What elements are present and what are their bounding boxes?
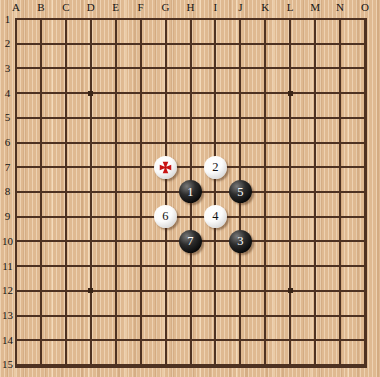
intersection-L7[interactable] xyxy=(278,155,303,180)
intersection-E13[interactable] xyxy=(103,303,128,328)
intersection-L9[interactable] xyxy=(278,204,303,229)
intersection-A15[interactable] xyxy=(4,352,29,377)
intersection-E11[interactable] xyxy=(103,254,128,279)
intersection-G7[interactable] xyxy=(153,155,178,180)
intersection-L12[interactable] xyxy=(278,278,303,303)
intersection-K2[interactable] xyxy=(253,31,278,56)
intersection-H15[interactable] xyxy=(178,352,203,377)
intersection-J2[interactable] xyxy=(228,31,253,56)
intersection-C4[interactable] xyxy=(53,81,78,106)
intersection-C7[interactable] xyxy=(53,155,78,180)
intersection-F6[interactable] xyxy=(128,130,153,155)
intersection-B9[interactable] xyxy=(28,204,53,229)
intersection-L8[interactable] xyxy=(278,180,303,205)
black-stone-H8: 1 xyxy=(179,180,202,203)
intersection-O4[interactable] xyxy=(352,81,377,106)
intersection-K11[interactable] xyxy=(253,254,278,279)
intersection-J5[interactable] xyxy=(228,105,253,130)
intersection-A12[interactable] xyxy=(4,278,29,303)
white-stone-I9: 4 xyxy=(204,205,227,228)
intersection-F4[interactable] xyxy=(128,81,153,106)
intersection-K3[interactable] xyxy=(253,56,278,81)
intersection-G3[interactable] xyxy=(153,56,178,81)
intersection-F2[interactable] xyxy=(128,31,153,56)
intersection-C13[interactable] xyxy=(53,303,78,328)
intersection-K13[interactable] xyxy=(253,303,278,328)
intersection-M11[interactable] xyxy=(303,254,328,279)
intersection-I11[interactable] xyxy=(203,254,228,279)
intersection-J10[interactable]: 3 xyxy=(228,229,253,254)
white-stone-I7: 2 xyxy=(204,156,227,179)
intersection-N6[interactable] xyxy=(327,130,352,155)
intersection-I8[interactable] xyxy=(203,180,228,205)
intersection-J11[interactable] xyxy=(228,254,253,279)
intersection-C15[interactable] xyxy=(53,352,78,377)
intersection-I9[interactable]: 4 xyxy=(203,204,228,229)
intersection-J14[interactable] xyxy=(228,328,253,353)
intersection-H4[interactable] xyxy=(178,81,203,106)
intersection-N3[interactable] xyxy=(327,56,352,81)
intersection-G9[interactable]: 6 xyxy=(153,204,178,229)
intersection-C3[interactable] xyxy=(53,56,78,81)
intersection-B3[interactable] xyxy=(28,56,53,81)
intersection-N4[interactable] xyxy=(327,81,352,106)
intersection-J6[interactable] xyxy=(228,130,253,155)
intersection-K4[interactable] xyxy=(253,81,278,106)
intersection-D7[interactable] xyxy=(78,155,103,180)
intersection-O12[interactable] xyxy=(352,278,377,303)
intersection-K6[interactable] xyxy=(253,130,278,155)
intersection-D9[interactable] xyxy=(78,204,103,229)
intersection-B7[interactable] xyxy=(28,155,53,180)
intersection-K5[interactable] xyxy=(253,105,278,130)
intersection-L2[interactable] xyxy=(278,31,303,56)
intersection-D15[interactable] xyxy=(78,352,103,377)
intersection-G13[interactable] xyxy=(153,303,178,328)
intersection-M8[interactable] xyxy=(303,180,328,205)
intersection-J9[interactable] xyxy=(228,204,253,229)
intersection-D14[interactable] xyxy=(78,328,103,353)
intersection-I1[interactable] xyxy=(203,7,228,32)
intersection-K1[interactable] xyxy=(253,7,278,32)
intersection-L6[interactable] xyxy=(278,130,303,155)
intersection-I12[interactable] xyxy=(203,278,228,303)
intersection-O11[interactable] xyxy=(352,254,377,279)
intersection-O10[interactable] xyxy=(352,229,377,254)
intersection-C11[interactable] xyxy=(53,254,78,279)
intersection-I13[interactable] xyxy=(203,303,228,328)
intersection-E1[interactable] xyxy=(103,7,128,32)
intersection-I10[interactable] xyxy=(203,229,228,254)
intersection-K8[interactable] xyxy=(253,180,278,205)
intersection-J13[interactable] xyxy=(228,303,253,328)
move-number-label: 3 xyxy=(237,235,243,248)
intersection-D3[interactable] xyxy=(78,56,103,81)
intersection-F14[interactable] xyxy=(128,328,153,353)
intersection-F1[interactable] xyxy=(128,7,153,32)
intersection-E15[interactable] xyxy=(103,352,128,377)
intersection-I5[interactable] xyxy=(203,105,228,130)
intersection-I6[interactable] xyxy=(203,130,228,155)
intersection-N12[interactable] xyxy=(327,278,352,303)
intersection-L11[interactable] xyxy=(278,254,303,279)
intersection-A8[interactable] xyxy=(4,180,29,205)
intersection-A4[interactable] xyxy=(4,81,29,106)
gomoku-board: ABCDEFGHIJKLMNO 123456789101112131415 21… xyxy=(0,0,380,377)
black-stone-H10: 7 xyxy=(179,230,202,253)
intersection-N13[interactable] xyxy=(327,303,352,328)
intersection-B12[interactable] xyxy=(28,278,53,303)
intersection-I4[interactable] xyxy=(203,81,228,106)
intersection-E14[interactable] xyxy=(103,328,128,353)
intersection-A11[interactable] xyxy=(4,254,29,279)
intersection-A9[interactable] xyxy=(4,204,29,229)
intersection-H6[interactable] xyxy=(178,130,203,155)
intersection-E3[interactable] xyxy=(103,56,128,81)
intersection-F12[interactable] xyxy=(128,278,153,303)
intersection-C14[interactable] xyxy=(53,328,78,353)
star-point-D4 xyxy=(88,91,93,96)
intersection-N2[interactable] xyxy=(327,31,352,56)
intersection-B11[interactable] xyxy=(28,254,53,279)
intersection-D6[interactable] xyxy=(78,130,103,155)
intersection-E12[interactable] xyxy=(103,278,128,303)
intersection-B10[interactable] xyxy=(28,229,53,254)
intersection-B13[interactable] xyxy=(28,303,53,328)
intersection-M1[interactable] xyxy=(303,7,328,32)
intersection-F8[interactable] xyxy=(128,180,153,205)
intersection-O2[interactable] xyxy=(352,31,377,56)
intersection-N7[interactable] xyxy=(327,155,352,180)
intersection-E7[interactable] xyxy=(103,155,128,180)
intersection-J3[interactable] xyxy=(228,56,253,81)
intersection-A7[interactable] xyxy=(4,155,29,180)
star-point-L4 xyxy=(288,91,293,96)
intersection-L14[interactable] xyxy=(278,328,303,353)
intersection-G2[interactable] xyxy=(153,31,178,56)
intersection-K10[interactable] xyxy=(253,229,278,254)
intersection-N8[interactable] xyxy=(327,180,352,205)
move-number-label: 1 xyxy=(187,186,193,199)
intersection-F7[interactable] xyxy=(128,155,153,180)
intersection-E5[interactable] xyxy=(103,105,128,130)
intersection-M6[interactable] xyxy=(303,130,328,155)
intersection-F9[interactable] xyxy=(128,204,153,229)
intersection-E4[interactable] xyxy=(103,81,128,106)
intersection-K14[interactable] xyxy=(253,328,278,353)
intersection-O13[interactable] xyxy=(352,303,377,328)
intersection-L5[interactable] xyxy=(278,105,303,130)
red-cross-marker-icon xyxy=(159,161,172,174)
move-number-label: 2 xyxy=(212,161,218,174)
intersection-D8[interactable] xyxy=(78,180,103,205)
intersection-E2[interactable] xyxy=(103,31,128,56)
intersection-I2[interactable] xyxy=(203,31,228,56)
intersection-N11[interactable] xyxy=(327,254,352,279)
intersection-D5[interactable] xyxy=(78,105,103,130)
intersection-D4[interactable] xyxy=(78,81,103,106)
intersection-G6[interactable] xyxy=(153,130,178,155)
intersection-C6[interactable] xyxy=(53,130,78,155)
intersection-A14[interactable] xyxy=(4,328,29,353)
move-number-label: 4 xyxy=(212,210,218,223)
intersection-H5[interactable] xyxy=(178,105,203,130)
intersection-H7[interactable] xyxy=(178,155,203,180)
intersection-K15[interactable] xyxy=(253,352,278,377)
intersection-O8[interactable] xyxy=(352,180,377,205)
intersection-O5[interactable] xyxy=(352,105,377,130)
intersection-C12[interactable] xyxy=(53,278,78,303)
intersection-K7[interactable] xyxy=(253,155,278,180)
black-stone-J10: 3 xyxy=(229,230,252,253)
intersection-L10[interactable] xyxy=(278,229,303,254)
intersection-G5[interactable] xyxy=(153,105,178,130)
intersection-F5[interactable] xyxy=(128,105,153,130)
intersection-M4[interactable] xyxy=(303,81,328,106)
intersection-J7[interactable] xyxy=(228,155,253,180)
intersection-H12[interactable] xyxy=(178,278,203,303)
intersection-O6[interactable] xyxy=(352,130,377,155)
intersection-B5[interactable] xyxy=(28,105,53,130)
intersection-C5[interactable] xyxy=(53,105,78,130)
intersection-M12[interactable] xyxy=(303,278,328,303)
intersection-D12[interactable] xyxy=(78,278,103,303)
star-point-D12 xyxy=(88,288,93,293)
move-number-label: 6 xyxy=(162,210,168,223)
intersection-F13[interactable] xyxy=(128,303,153,328)
intersection-E10[interactable] xyxy=(103,229,128,254)
intersection-A10[interactable] xyxy=(4,229,29,254)
intersection-J15[interactable] xyxy=(228,352,253,377)
intersection-O9[interactable] xyxy=(352,204,377,229)
intersection-E8[interactable] xyxy=(103,180,128,205)
black-stone-J8: 5 xyxy=(229,180,252,203)
intersection-F15[interactable] xyxy=(128,352,153,377)
intersection-O15[interactable] xyxy=(352,352,377,377)
intersection-F3[interactable] xyxy=(128,56,153,81)
intersection-C10[interactable] xyxy=(53,229,78,254)
intersection-H10[interactable]: 7 xyxy=(178,229,203,254)
intersection-N10[interactable] xyxy=(327,229,352,254)
intersection-G4[interactable] xyxy=(153,81,178,106)
intersection-L3[interactable] xyxy=(278,56,303,81)
intersection-G1[interactable] xyxy=(153,7,178,32)
intersection-G11[interactable] xyxy=(153,254,178,279)
intersection-N5[interactable] xyxy=(327,105,352,130)
intersection-J8[interactable]: 5 xyxy=(228,180,253,205)
intersection-L15[interactable] xyxy=(278,352,303,377)
intersection-M13[interactable] xyxy=(303,303,328,328)
intersection-M5[interactable] xyxy=(303,105,328,130)
intersection-C1[interactable] xyxy=(53,7,78,32)
intersection-O7[interactable] xyxy=(352,155,377,180)
intersection-H14[interactable] xyxy=(178,328,203,353)
intersection-K12[interactable] xyxy=(253,278,278,303)
intersection-H11[interactable] xyxy=(178,254,203,279)
intersection-O3[interactable] xyxy=(352,56,377,81)
intersection-M3[interactable] xyxy=(303,56,328,81)
intersection-D1[interactable] xyxy=(78,7,103,32)
intersections-grid: 2156473 xyxy=(4,7,378,377)
intersection-M9[interactable] xyxy=(303,204,328,229)
intersection-M7[interactable] xyxy=(303,155,328,180)
intersection-F10[interactable] xyxy=(128,229,153,254)
intersection-N14[interactable] xyxy=(327,328,352,353)
intersection-L13[interactable] xyxy=(278,303,303,328)
intersection-H9[interactable] xyxy=(178,204,203,229)
intersection-O14[interactable] xyxy=(352,328,377,353)
intersection-D2[interactable] xyxy=(78,31,103,56)
move-number-label: 7 xyxy=(187,235,193,248)
intersection-H8[interactable]: 1 xyxy=(178,180,203,205)
intersection-I15[interactable] xyxy=(203,352,228,377)
intersection-D11[interactable] xyxy=(78,254,103,279)
intersection-E6[interactable] xyxy=(103,130,128,155)
intersection-J1[interactable] xyxy=(228,7,253,32)
intersection-B14[interactable] xyxy=(28,328,53,353)
intersection-A3[interactable] xyxy=(4,56,29,81)
intersection-C8[interactable] xyxy=(53,180,78,205)
intersection-M10[interactable] xyxy=(303,229,328,254)
intersection-B2[interactable] xyxy=(28,31,53,56)
intersection-A6[interactable] xyxy=(4,130,29,155)
intersection-N15[interactable] xyxy=(327,352,352,377)
intersection-O1[interactable] xyxy=(352,7,377,32)
intersection-A5[interactable] xyxy=(4,105,29,130)
intersection-M15[interactable] xyxy=(303,352,328,377)
star-point-L12 xyxy=(288,288,293,293)
intersection-C2[interactable] xyxy=(53,31,78,56)
intersection-I3[interactable] xyxy=(203,56,228,81)
intersection-A1[interactable] xyxy=(4,7,29,32)
intersection-I7[interactable]: 2 xyxy=(203,155,228,180)
intersection-B1[interactable] xyxy=(28,7,53,32)
intersection-N1[interactable] xyxy=(327,7,352,32)
intersection-G12[interactable] xyxy=(153,278,178,303)
intersection-E9[interactable] xyxy=(103,204,128,229)
intersection-B4[interactable] xyxy=(28,81,53,106)
intersection-C9[interactable] xyxy=(53,204,78,229)
intersection-F11[interactable] xyxy=(128,254,153,279)
move-number-label: 5 xyxy=(237,186,243,199)
intersection-D10[interactable] xyxy=(78,229,103,254)
intersection-J12[interactable] xyxy=(228,278,253,303)
intersection-I14[interactable] xyxy=(203,328,228,353)
intersection-L4[interactable] xyxy=(278,81,303,106)
intersection-H3[interactable] xyxy=(178,56,203,81)
intersection-G14[interactable] xyxy=(153,328,178,353)
intersection-A13[interactable] xyxy=(4,303,29,328)
intersection-L1[interactable] xyxy=(278,7,303,32)
intersection-G8[interactable] xyxy=(153,180,178,205)
intersection-J4[interactable] xyxy=(228,81,253,106)
intersection-H1[interactable] xyxy=(178,7,203,32)
intersection-H2[interactable] xyxy=(178,31,203,56)
intersection-A2[interactable] xyxy=(4,31,29,56)
intersection-B15[interactable] xyxy=(28,352,53,377)
intersection-D13[interactable] xyxy=(78,303,103,328)
intersection-N9[interactable] xyxy=(327,204,352,229)
intersection-M2[interactable] xyxy=(303,31,328,56)
white-stone-G9: 6 xyxy=(154,205,177,228)
white-stone-G7 xyxy=(154,156,177,179)
intersection-G15[interactable] xyxy=(153,352,178,377)
intersection-G10[interactable] xyxy=(153,229,178,254)
intersection-K9[interactable] xyxy=(253,204,278,229)
intersection-B8[interactable] xyxy=(28,180,53,205)
intersection-H13[interactable] xyxy=(178,303,203,328)
intersection-M14[interactable] xyxy=(303,328,328,353)
intersection-B6[interactable] xyxy=(28,130,53,155)
